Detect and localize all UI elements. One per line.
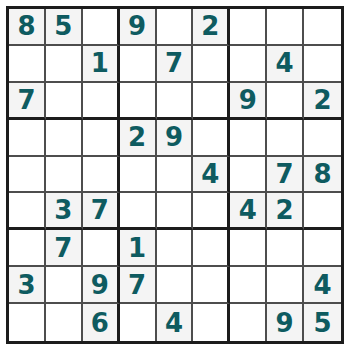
cell-r1c4: 9	[120, 9, 157, 46]
cell-r7c2: 7	[46, 230, 83, 267]
cell-r8c2[interactable]	[46, 267, 83, 304]
cell-r4c1[interactable]	[9, 120, 46, 157]
cell-r5c2[interactable]	[46, 157, 83, 194]
cell-r6c2: 3	[46, 193, 83, 230]
cell-r6c7: 4	[230, 193, 267, 230]
cell-r6c8: 2	[267, 193, 304, 230]
cell-r3c4[interactable]	[120, 83, 157, 120]
cell-r8c3: 9	[83, 267, 120, 304]
cell-r2c3: 1	[83, 46, 120, 83]
cell-r5c1[interactable]	[9, 157, 46, 194]
cell-r7c1[interactable]	[9, 230, 46, 267]
cell-r3c5[interactable]	[157, 83, 194, 120]
cell-r6c5[interactable]	[157, 193, 194, 230]
cell-r7c4: 1	[120, 230, 157, 267]
cell-r9c4[interactable]	[120, 304, 157, 341]
cell-r8c8[interactable]	[267, 267, 304, 304]
cell-r4c6[interactable]	[193, 120, 230, 157]
cell-r9c2[interactable]	[46, 304, 83, 341]
cell-r1c8[interactable]	[267, 9, 304, 46]
cell-r8c7[interactable]	[230, 267, 267, 304]
cell-r8c1: 3	[9, 267, 46, 304]
cell-r5c8: 7	[267, 157, 304, 194]
cell-r4c9[interactable]	[304, 120, 341, 157]
sudoku-board: 85921747922947837427139746495	[6, 6, 344, 344]
cell-r3c3[interactable]	[83, 83, 120, 120]
cell-r2c2[interactable]	[46, 46, 83, 83]
cell-r3c7: 9	[230, 83, 267, 120]
cell-r4c3[interactable]	[83, 120, 120, 157]
cell-r1c6: 2	[193, 9, 230, 46]
cell-r8c5[interactable]	[157, 267, 194, 304]
cell-r5c4[interactable]	[120, 157, 157, 194]
cell-r2c9[interactable]	[304, 46, 341, 83]
cell-r5c3[interactable]	[83, 157, 120, 194]
cell-r2c6[interactable]	[193, 46, 230, 83]
cell-r8c6[interactable]	[193, 267, 230, 304]
cell-r9c3: 6	[83, 304, 120, 341]
cell-r1c3[interactable]	[83, 9, 120, 46]
cell-r1c7[interactable]	[230, 9, 267, 46]
cell-r1c2: 5	[46, 9, 83, 46]
cell-r4c4: 2	[120, 120, 157, 157]
cell-r3c1: 7	[9, 83, 46, 120]
cell-r5c7[interactable]	[230, 157, 267, 194]
cell-r6c6[interactable]	[193, 193, 230, 230]
cell-r6c9[interactable]	[304, 193, 341, 230]
cell-r9c1[interactable]	[9, 304, 46, 341]
cell-r3c2[interactable]	[46, 83, 83, 120]
cell-r2c4[interactable]	[120, 46, 157, 83]
cell-r2c1[interactable]	[9, 46, 46, 83]
cell-r5c6: 4	[193, 157, 230, 194]
cell-r9c6[interactable]	[193, 304, 230, 341]
cell-r2c8: 4	[267, 46, 304, 83]
cell-r7c3[interactable]	[83, 230, 120, 267]
cell-r3c6[interactable]	[193, 83, 230, 120]
cell-r4c2[interactable]	[46, 120, 83, 157]
cell-r7c8[interactable]	[267, 230, 304, 267]
cell-r7c6[interactable]	[193, 230, 230, 267]
cell-r9c5: 4	[157, 304, 194, 341]
cell-r6c4[interactable]	[120, 193, 157, 230]
cell-r4c7[interactable]	[230, 120, 267, 157]
cell-r7c9[interactable]	[304, 230, 341, 267]
cell-r5c9: 8	[304, 157, 341, 194]
cell-r5c5[interactable]	[157, 157, 194, 194]
cell-r2c5: 7	[157, 46, 194, 83]
cell-r7c7[interactable]	[230, 230, 267, 267]
cell-r6c1[interactable]	[9, 193, 46, 230]
cell-r9c7[interactable]	[230, 304, 267, 341]
cell-r3c9: 2	[304, 83, 341, 120]
cell-r3c8[interactable]	[267, 83, 304, 120]
cell-r6c3: 7	[83, 193, 120, 230]
cell-r2c7[interactable]	[230, 46, 267, 83]
cell-r4c8[interactable]	[267, 120, 304, 157]
cell-r9c8: 9	[267, 304, 304, 341]
cell-r4c5: 9	[157, 120, 194, 157]
cell-r8c9: 4	[304, 267, 341, 304]
cell-r1c5[interactable]	[157, 9, 194, 46]
cell-r7c5[interactable]	[157, 230, 194, 267]
cell-r8c4: 7	[120, 267, 157, 304]
cell-r1c9[interactable]	[304, 9, 341, 46]
cell-r9c9: 5	[304, 304, 341, 341]
cell-r1c1: 8	[9, 9, 46, 46]
